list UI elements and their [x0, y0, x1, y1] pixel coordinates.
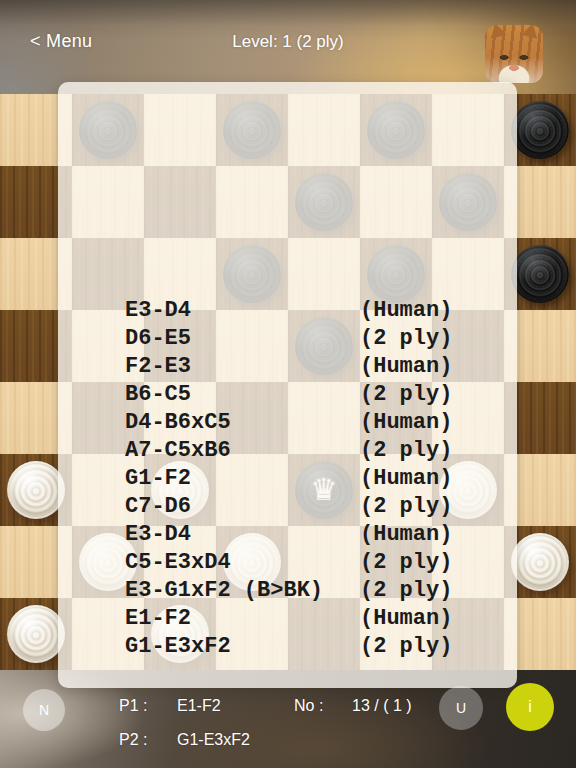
move-row: A7-C5xB6(2 ply)	[125, 436, 513, 464]
move-annotation: (2 ply)	[360, 550, 452, 575]
white-man-piece[interactable]	[7, 461, 65, 519]
move-text: E3-G1xF2 (B>BK)	[125, 578, 360, 603]
move-annotation: (2 ply)	[360, 438, 452, 463]
move-text: D6-E5	[125, 326, 360, 351]
move-text: F2-E3	[125, 354, 360, 379]
new-game-button[interactable]: N	[23, 689, 65, 731]
black-man-piece[interactable]	[511, 245, 569, 303]
move-row: G1-F2(Human)	[125, 464, 513, 492]
move-annotation: (Human)	[360, 410, 452, 435]
move-row: E3-D4(Human)	[125, 296, 513, 324]
move-text: E3-D4	[125, 298, 360, 323]
move-annotation: (2 ply)	[360, 494, 452, 519]
move-row: D6-E5(2 ply)	[125, 324, 513, 352]
move-row: C5-E3xD4(2 ply)	[125, 548, 513, 576]
undo-button[interactable]: U	[439, 686, 483, 730]
level-label: Level: 1 (2 ply)	[232, 32, 344, 52]
move-text: G1-F2	[125, 466, 360, 491]
move-history-overlay: E3-D4(Human)D6-E5(2 ply)F2-E3(Human)B6-C…	[58, 82, 517, 688]
info-button[interactable]: i	[506, 683, 554, 731]
move-row: F2-E3(Human)	[125, 352, 513, 380]
move-row: E3-D4(Human)	[125, 520, 513, 548]
move-text: B6-C5	[125, 382, 360, 407]
move-text: A7-C5xB6	[125, 438, 360, 463]
move-annotation: (2 ply)	[360, 326, 452, 351]
menu-back-button[interactable]: < Menu	[30, 31, 92, 52]
move-annotation: (2 ply)	[360, 634, 452, 659]
move-row: C7-D6(2 ply)	[125, 492, 513, 520]
move-number-label: No :	[294, 697, 323, 715]
move-annotation: (Human)	[360, 522, 452, 547]
cat-ear-icon	[488, 25, 507, 39]
move-row: E3-G1xF2 (B>BK)(2 ply)	[125, 576, 513, 604]
cat-avatar-icon[interactable]	[485, 25, 543, 83]
app-screen: < Menu Level: 1 (2 ply) ♛ E3-D4(Human)D6…	[0, 0, 576, 768]
move-text: G1-E3xF2	[125, 634, 360, 659]
move-row: E1-F2(Human)	[125, 604, 513, 632]
move-number-value: 13 / ( 1 )	[352, 697, 412, 715]
white-man-piece[interactable]	[7, 605, 65, 663]
move-text: D4-B6xC5	[125, 410, 360, 435]
move-annotation: (2 ply)	[360, 578, 452, 603]
p1-label: P1 :	[119, 697, 147, 715]
move-annotation: (Human)	[360, 354, 452, 379]
cat-ear-icon	[522, 25, 541, 39]
move-list: E3-D4(Human)D6-E5(2 ply)F2-E3(Human)B6-C…	[125, 296, 513, 660]
move-text: E1-F2	[125, 606, 360, 631]
p2-move-value: G1-E3xF2	[177, 731, 250, 749]
move-annotation: (Human)	[360, 298, 452, 323]
black-man-piece[interactable]	[511, 101, 569, 159]
move-annotation: (2 ply)	[360, 382, 452, 407]
white-man-piece[interactable]	[511, 533, 569, 591]
p1-move-value: E1-F2	[177, 697, 221, 715]
move-row: D4-B6xC5(Human)	[125, 408, 513, 436]
move-annotation: (Human)	[360, 466, 452, 491]
move-row: G1-E3xF2(2 ply)	[125, 632, 513, 660]
move-annotation: (Human)	[360, 606, 452, 631]
move-text: E3-D4	[125, 522, 360, 547]
move-text: C5-E3xD4	[125, 550, 360, 575]
move-text: C7-D6	[125, 494, 360, 519]
move-row: B6-C5(2 ply)	[125, 380, 513, 408]
p2-label: P2 :	[119, 731, 147, 749]
